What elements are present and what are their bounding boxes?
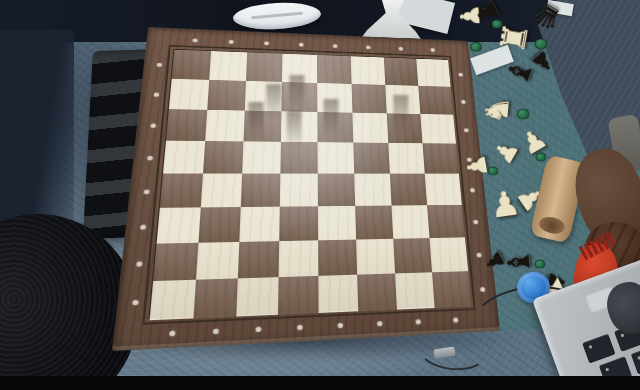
scattered-white-piece: ♞ — [480, 94, 514, 125]
reflection-white-bishop — [290, 75, 305, 113]
square-a4[interactable] — [160, 174, 203, 208]
square-h6[interactable] — [420, 114, 456, 144]
coordinate-dot — [473, 220, 478, 224]
coordinate-dot — [264, 41, 269, 45]
coordinate-dot — [470, 188, 475, 192]
square-a2[interactable] — [153, 243, 198, 281]
reflection-white-pawn — [267, 84, 282, 122]
coordinate-dot — [464, 128, 469, 132]
square-a7[interactable] — [169, 79, 209, 110]
tube-opening — [537, 215, 566, 236]
square-c2[interactable] — [238, 241, 279, 278]
square-c4[interactable] — [241, 174, 281, 207]
coordinate-dot — [366, 46, 370, 50]
green-felt-base — [470, 42, 482, 52]
square-b2[interactable] — [196, 242, 239, 280]
square-f3[interactable] — [355, 206, 393, 240]
square-h4[interactable] — [425, 174, 462, 206]
square-e8[interactable] — [317, 55, 352, 84]
square-a1[interactable] — [150, 280, 196, 321]
square-h2[interactable] — [429, 237, 468, 272]
square-b8[interactable] — [209, 51, 247, 81]
coordinate-dot — [480, 287, 485, 292]
square-h7[interactable] — [418, 86, 453, 115]
square-a6[interactable] — [166, 109, 207, 141]
square-f1[interactable] — [357, 273, 397, 311]
board-grid — [148, 49, 470, 319]
green-felt-base — [536, 153, 547, 162]
chess-setup-photo: ♟♝♛♝♞♚ ♟♟♛♜♝♟♞♟♟♟♟♟♟♝♟♝ — [0, 0, 640, 390]
square-h8[interactable] — [416, 59, 450, 87]
square-a5[interactable] — [163, 141, 205, 174]
reflection-white-king — [394, 95, 409, 133]
scattered-white-piece: ♟ — [462, 152, 492, 179]
square-d4[interactable] — [280, 174, 318, 207]
square-g8[interactable] — [384, 58, 418, 86]
square-a3[interactable] — [157, 207, 201, 243]
square-b1[interactable] — [193, 278, 237, 318]
green-felt-base — [492, 20, 503, 29]
square-c8[interactable] — [246, 52, 282, 82]
square-f2[interactable] — [356, 239, 395, 275]
paper-boat-fold — [251, 12, 303, 20]
coordinate-dot — [458, 73, 463, 77]
square-b4[interactable] — [201, 174, 242, 208]
square-f7[interactable] — [352, 84, 387, 113]
square-g5[interactable] — [388, 143, 424, 174]
coordinate-dot — [399, 47, 403, 51]
square-e5[interactable] — [318, 142, 355, 173]
square-d2[interactable] — [279, 240, 319, 277]
dark-floor-strip — [0, 376, 640, 390]
square-b5[interactable] — [203, 141, 243, 174]
reflection-black-knight — [324, 99, 339, 137]
square-d1[interactable] — [278, 276, 319, 315]
square-e3[interactable] — [318, 206, 356, 240]
square-h5[interactable] — [422, 143, 458, 173]
green-felt-base — [488, 167, 499, 176]
square-g3[interactable] — [392, 205, 430, 239]
square-h1[interactable] — [432, 271, 471, 308]
square-d3[interactable] — [279, 206, 318, 241]
square-f5[interactable] — [353, 143, 390, 174]
square-g2[interactable] — [393, 238, 432, 273]
green-felt-base — [535, 260, 546, 269]
square-c5[interactable] — [242, 141, 281, 173]
reflection-black-bishop — [287, 111, 302, 149]
square-b6[interactable] — [205, 110, 245, 142]
square-f8[interactable] — [351, 56, 386, 85]
square-g1[interactable] — [395, 272, 435, 309]
laptop-key — [631, 344, 640, 374]
square-a8[interactable] — [172, 50, 212, 80]
square-c3[interactable] — [239, 207, 279, 242]
laptop-key — [582, 333, 616, 363]
square-f4[interactable] — [354, 174, 391, 206]
square-e2[interactable] — [318, 240, 357, 276]
square-h3[interactable] — [427, 205, 465, 238]
green-felt-base — [517, 109, 530, 120]
square-g4[interactable] — [390, 174, 427, 206]
square-b7[interactable] — [207, 80, 246, 111]
coordinate-dot — [299, 43, 304, 47]
coordinate-dot — [333, 44, 337, 48]
square-e1[interactable] — [318, 275, 358, 313]
coordinate-dot — [461, 100, 466, 104]
chess-board — [112, 27, 500, 351]
square-e4[interactable] — [318, 174, 355, 207]
square-b3[interactable] — [198, 207, 240, 243]
reflection-black-queen — [249, 102, 264, 140]
coordinate-dot — [430, 48, 434, 52]
square-f6[interactable] — [352, 113, 388, 143]
square-c1[interactable] — [236, 277, 278, 316]
